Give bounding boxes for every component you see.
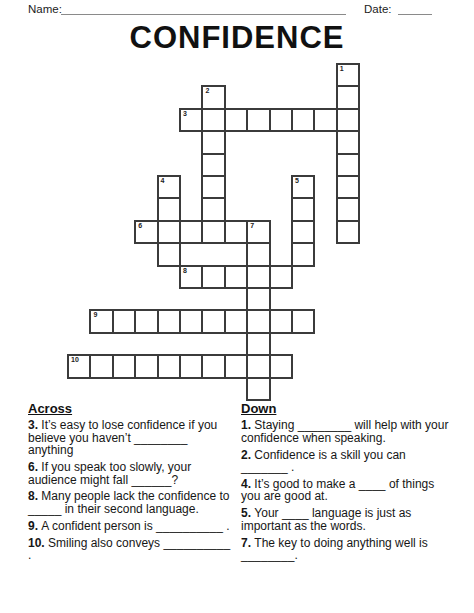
- clue-num-label: 9.: [28, 519, 41, 533]
- down-clues: Down 1. Staying ________ will help with …: [241, 403, 455, 566]
- clue-number-10: 10: [71, 356, 79, 364]
- grid-cell-r11c5[interactable]: [179, 309, 203, 333]
- down-clue-7: 7. The key to doing anything well is ___…: [241, 537, 455, 562]
- grid-cell-r2c7[interactable]: [224, 108, 248, 132]
- grid-cell-r13c7[interactable]: [224, 354, 248, 378]
- grid-cell-r2c10[interactable]: [291, 108, 315, 132]
- down-clue-5: 5. Your ____ language is just as importa…: [241, 507, 455, 532]
- grid-cell-r2c6[interactable]: [201, 108, 225, 132]
- grid-cell-r5c4[interactable]: 4: [157, 175, 181, 199]
- clue-number-1: 1: [340, 65, 344, 73]
- down-clue-4: 4. It’s good to make a ____ of things yo…: [241, 478, 455, 503]
- grid-cell-r0c12[interactable]: 1: [336, 63, 360, 87]
- grid-cell-r7c7[interactable]: [224, 220, 248, 244]
- grid-cell-r6c6[interactable]: [201, 197, 225, 221]
- grid-cell-r7c3[interactable]: 6: [134, 220, 158, 244]
- name-label: Name:: [28, 3, 62, 15]
- grid-cell-r14c8[interactable]: [246, 377, 270, 401]
- clue-num-label: 1.: [241, 418, 254, 432]
- grid-cell-r2c12[interactable]: [336, 108, 360, 132]
- grid-cell-r6c4[interactable]: [157, 197, 181, 221]
- grid-cell-r3c12[interactable]: [336, 130, 360, 154]
- across-clue-list: 3. It’s easy to lose confidence if you b…: [28, 419, 232, 561]
- grid-cell-r11c3[interactable]: [134, 309, 158, 333]
- grid-cell-r2c9[interactable]: [269, 108, 293, 132]
- grid-cell-r13c0[interactable]: 10: [67, 354, 91, 378]
- clue-number-5: 5: [295, 177, 299, 185]
- clue-number-7: 7: [250, 222, 254, 230]
- grid-cell-r7c10[interactable]: [291, 220, 315, 244]
- grid-cell-r8c8[interactable]: [246, 242, 270, 266]
- grid-cell-r13c9[interactable]: [269, 354, 293, 378]
- down-heading: Down: [241, 403, 455, 415]
- grid-cell-r8c4[interactable]: [157, 242, 181, 266]
- grid-cell-r6c10[interactable]: [291, 197, 315, 221]
- grid-cell-r11c2[interactable]: [112, 309, 136, 333]
- grid-cell-r12c8[interactable]: [246, 332, 270, 356]
- clue-number-4: 4: [161, 177, 165, 185]
- clue-num-label: 3.: [28, 418, 41, 432]
- grid-cell-r3c6[interactable]: [201, 130, 225, 154]
- grid-cell-r11c6[interactable]: [201, 309, 225, 333]
- clue-num-label: 5.: [241, 506, 254, 520]
- grid-cell-r9c6[interactable]: [201, 265, 225, 289]
- down-clue-list: 1. Staying ________ will help with your …: [241, 419, 455, 561]
- date-fill-line[interactable]: [398, 2, 432, 15]
- grid-cell-r11c4[interactable]: [157, 309, 181, 333]
- grid-cell-r11c1[interactable]: 9: [89, 309, 113, 333]
- grid-cell-r13c1[interactable]: [89, 354, 113, 378]
- grid-cell-r5c10[interactable]: 5: [291, 175, 315, 199]
- grid-cell-r4c6[interactable]: [201, 153, 225, 177]
- grid-cell-r13c8[interactable]: [246, 354, 270, 378]
- grid-cell-r7c12[interactable]: [336, 220, 360, 244]
- across-clue-10: 10. Smiling also conveys __________ .: [28, 537, 232, 562]
- grid-cell-r9c7[interactable]: [224, 265, 248, 289]
- across-clue-3: 3. It’s easy to lose confidence if you b…: [28, 419, 232, 456]
- grid-cell-r9c8[interactable]: [246, 265, 270, 289]
- grid-cell-r2c11[interactable]: [313, 108, 337, 132]
- grid-cell-r13c2[interactable]: [112, 354, 136, 378]
- grid-cell-r7c8[interactable]: 7: [246, 220, 270, 244]
- worksheet-page: Name: Date: CONFIDENCE 12345678910 Acros…: [0, 0, 474, 613]
- clue-num-label: 4.: [241, 477, 254, 491]
- grid-cell-r1c6[interactable]: 2: [201, 85, 225, 109]
- grid-cell-r11c8[interactable]: [246, 309, 270, 333]
- grid-cell-r5c12[interactable]: [336, 175, 360, 199]
- name-fill-line[interactable]: [61, 2, 346, 15]
- grid-cell-r11c10[interactable]: [291, 309, 315, 333]
- grid-cell-r2c5[interactable]: 3: [179, 108, 203, 132]
- down-clue-2: 2. Confidence is a skill you can _______…: [241, 449, 455, 474]
- clue-num-label: 10.: [28, 536, 48, 550]
- clue-number-8: 8: [183, 267, 187, 275]
- grid-cell-r9c9[interactable]: [269, 265, 293, 289]
- clue-number-3: 3: [183, 110, 187, 118]
- clue-number-6: 6: [138, 222, 142, 230]
- grid-cell-r1c12[interactable]: [336, 85, 360, 109]
- grid-cell-r5c6[interactable]: [201, 175, 225, 199]
- clue-num-label: 2.: [241, 448, 254, 462]
- grid-cell-r7c4[interactable]: [157, 220, 181, 244]
- clue-num-label: 8.: [28, 489, 41, 503]
- down-clue-1: 1. Staying ________ will help with your …: [241, 419, 455, 444]
- page-title: CONFIDENCE: [0, 20, 474, 56]
- grid-cell-r9c5[interactable]: 8: [179, 265, 203, 289]
- grid-cell-r8c10[interactable]: [291, 242, 315, 266]
- across-heading: Across: [28, 403, 232, 415]
- grid-cell-r13c3[interactable]: [134, 354, 158, 378]
- clue-num-label: 6.: [28, 460, 41, 474]
- clue-number-9: 9: [93, 311, 97, 319]
- across-clue-9: 9. A confident person is __________ .: [28, 520, 232, 532]
- grid-cell-r6c12[interactable]: [336, 197, 360, 221]
- clue-number-2: 2: [205, 87, 209, 95]
- grid-cell-r7c6[interactable]: [201, 220, 225, 244]
- grid-cell-r13c4[interactable]: [157, 354, 181, 378]
- grid-cell-r2c8[interactable]: [246, 108, 270, 132]
- grid-cell-r13c6[interactable]: [201, 354, 225, 378]
- clue-num-label: 7.: [241, 536, 254, 550]
- grid-cell-r10c8[interactable]: [246, 287, 270, 311]
- date-label: Date:: [364, 3, 392, 15]
- grid-cell-r11c9[interactable]: [269, 309, 293, 333]
- across-clue-8: 8. Many people lack the confidence to __…: [28, 490, 232, 515]
- grid-cell-r7c5[interactable]: [179, 220, 203, 244]
- grid-cell-r11c7[interactable]: [224, 309, 248, 333]
- grid-cell-r13c5[interactable]: [179, 354, 203, 378]
- across-clue-6: 6. If you speak too slowly, your audienc…: [28, 461, 232, 486]
- crossword-grid: 12345678910: [68, 64, 360, 400]
- across-clues: Across 3. It’s easy to lose confidence i…: [28, 403, 232, 566]
- grid-cell-r4c12[interactable]: [336, 153, 360, 177]
